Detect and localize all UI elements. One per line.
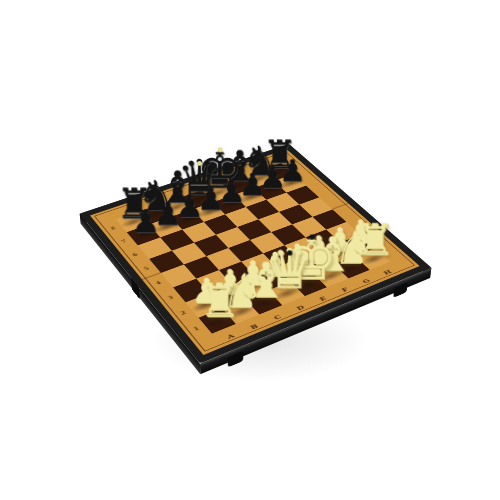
rank-label-4: 4 xyxy=(149,278,167,289)
rank-label-5: 5 xyxy=(138,263,156,273)
rank-label-6: 6 xyxy=(126,250,143,260)
rank-label-7: 7 xyxy=(115,236,132,246)
rank-label-1: 1 xyxy=(187,323,206,335)
product-photo-scene: ABCDEFGH12345678 ♜♞♝♛♚♝♞♜♟♟♟♟♟♟♟♟♟♟♟♟♟♟♟… xyxy=(0,0,500,500)
white-rook-a1[interactable]: ♜ xyxy=(186,279,252,323)
black-pawn-a7[interactable]: ♟ xyxy=(115,206,175,236)
